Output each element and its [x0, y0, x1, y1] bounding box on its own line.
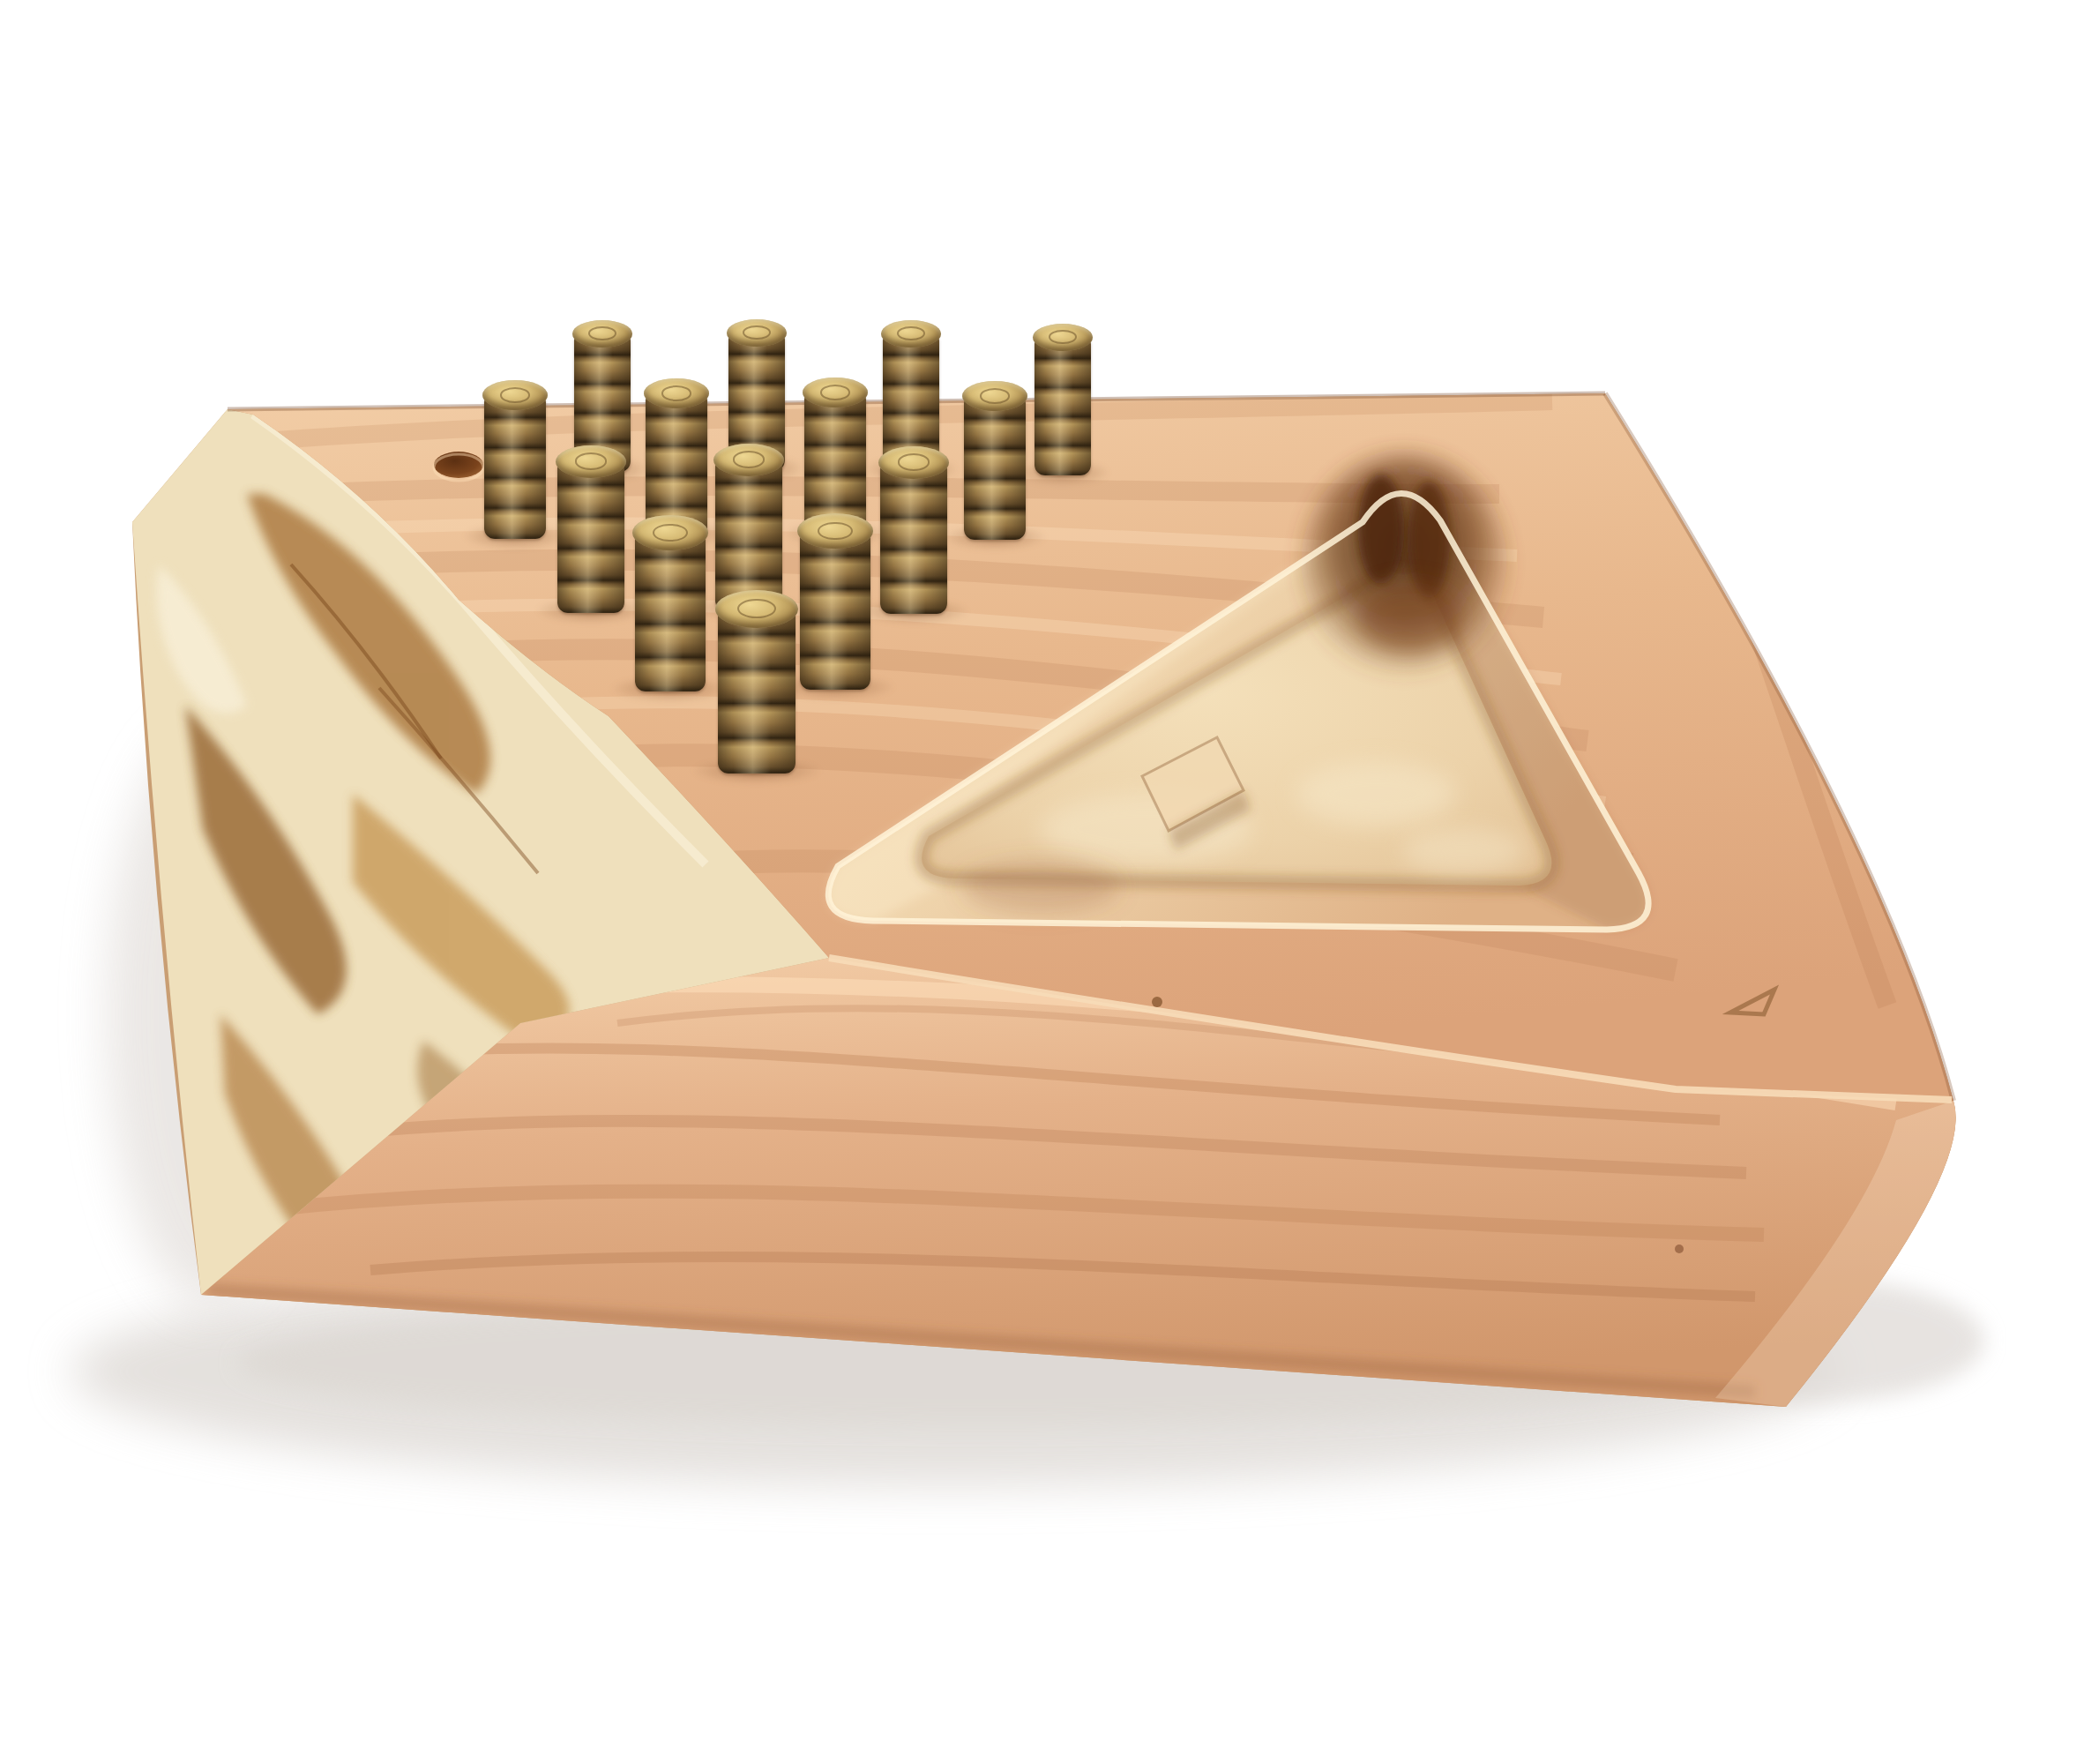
brass-peg-hole-9[interactable] — [803, 377, 868, 536]
peg-cap — [632, 515, 708, 550]
peg-body — [800, 531, 871, 690]
peg-cap-stamp-ring — [500, 387, 530, 403]
brass-peg-hole-5[interactable] — [713, 444, 784, 611]
peg-cap-stamp-ring — [743, 325, 770, 340]
empty-hole-11[interactable] — [434, 452, 483, 481]
board-photo — [0, 0, 2099, 1764]
brass-peg-hole-7[interactable] — [482, 380, 548, 539]
brass-peg-hole-1[interactable] — [715, 590, 798, 774]
peg-body — [715, 460, 781, 611]
peg-body — [880, 462, 946, 614]
peg-cap — [962, 381, 1027, 411]
brass-peg-hole-15[interactable] — [1033, 324, 1093, 475]
peg-cap-stamp-ring — [737, 599, 775, 618]
peg-cap-stamp-ring — [897, 326, 924, 340]
brass-peg-hole-3[interactable] — [797, 513, 873, 690]
peg-cap-stamp-ring — [575, 452, 608, 469]
peg-cap — [572, 320, 632, 348]
peg-body — [635, 533, 706, 691]
peg-cap-stamp-ring — [898, 453, 930, 470]
peg-cap-stamp-ring — [1049, 330, 1076, 344]
peg-cap-stamp-ring — [980, 388, 1010, 404]
peg-body — [484, 395, 546, 539]
peg-cap — [713, 444, 784, 476]
peg-cap — [715, 590, 798, 628]
peg-body — [964, 396, 1026, 540]
board-svg — [0, 0, 2099, 1764]
scorch-mark — [1303, 454, 1505, 675]
peg-cap — [797, 513, 873, 549]
brass-peg-hole-10[interactable] — [962, 381, 1027, 540]
peg-cap — [556, 445, 626, 478]
brass-peg-hole-2[interactable] — [632, 515, 708, 691]
peg-cap — [482, 380, 548, 410]
peg-body — [718, 609, 796, 774]
peg-cap-stamp-ring — [733, 451, 766, 467]
brass-peg-hole-8[interactable] — [644, 378, 709, 537]
peg-cap-stamp-ring — [661, 385, 691, 401]
wood-speck — [1152, 997, 1162, 1007]
peg-body — [557, 461, 624, 613]
peg-cap — [881, 320, 941, 348]
peg-cap-stamp-ring — [818, 522, 853, 541]
brass-peg-hole-4[interactable] — [556, 445, 626, 613]
peg-cap — [878, 446, 949, 479]
peg-cap — [1033, 324, 1093, 351]
peg-cap — [803, 377, 868, 407]
peg-cap-stamp-ring — [653, 524, 688, 542]
peg-cap-stamp-ring — [820, 385, 850, 400]
peg-cap — [644, 378, 709, 408]
brass-peg-hole-6[interactable] — [878, 446, 949, 614]
peg-cap — [727, 319, 787, 347]
peg-body — [1035, 337, 1091, 475]
peg-cap-stamp-ring — [588, 326, 616, 340]
